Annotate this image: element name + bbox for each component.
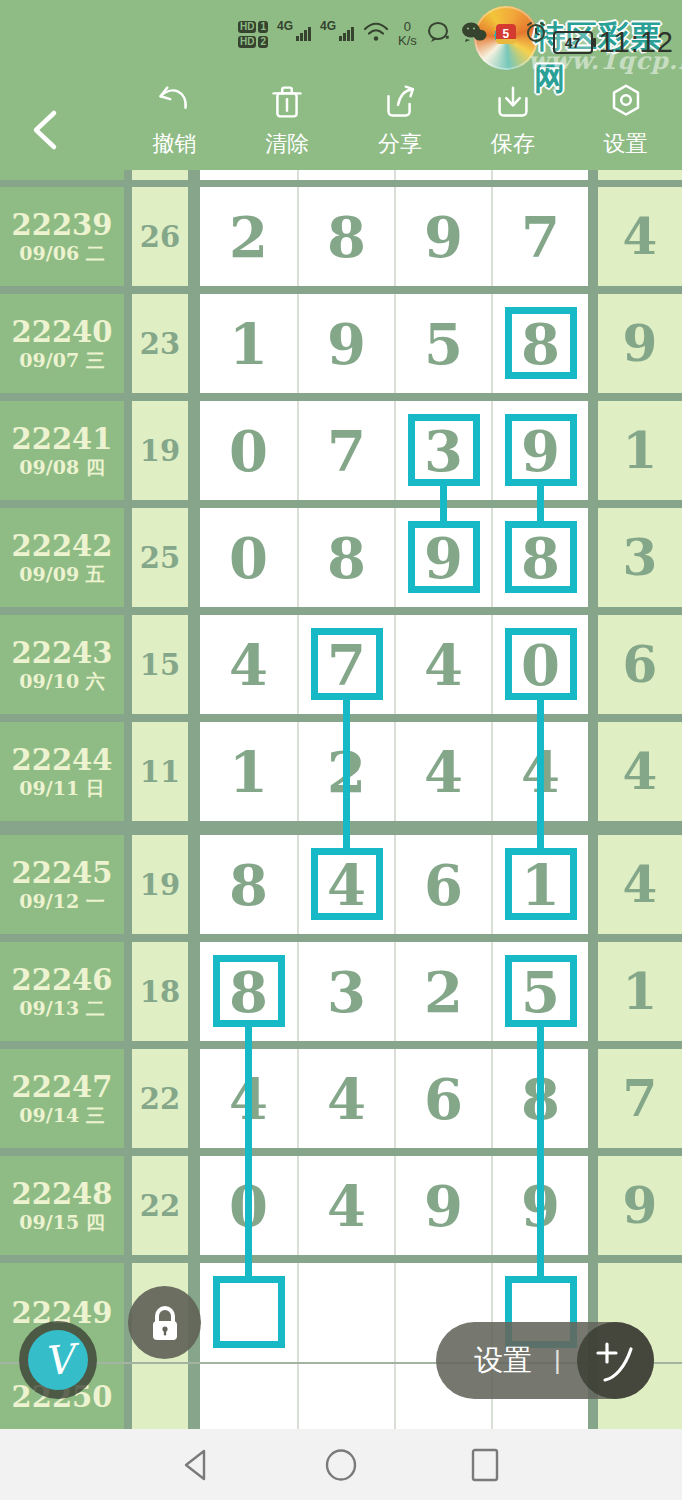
digit-cell[interactable]: 7 bbox=[491, 187, 588, 286]
settings-label: 设置 bbox=[604, 129, 648, 159]
settings-hexagon-icon bbox=[603, 79, 649, 125]
sum-cell: 25 bbox=[132, 508, 188, 607]
table-row: 2224509/12 一1984614 bbox=[0, 835, 682, 942]
digit-cell[interactable]: 9 bbox=[297, 294, 394, 393]
hd2-icon: HD bbox=[238, 36, 256, 48]
mark-square[interactable] bbox=[213, 1276, 285, 1348]
mark-line bbox=[537, 484, 544, 523]
period-cell: 2224409/11 日 bbox=[0, 722, 124, 821]
period-number: 22246 bbox=[12, 964, 113, 996]
sum-cell: 23 bbox=[132, 294, 188, 393]
mark-square[interactable] bbox=[505, 628, 577, 700]
mark-square[interactable] bbox=[505, 521, 577, 593]
digit-cell[interactable]: 3 bbox=[297, 942, 394, 1041]
digit-cell[interactable]: 4 bbox=[297, 1156, 394, 1255]
digit-cell[interactable]: 4 bbox=[200, 615, 297, 714]
digit-cell[interactable]: 2 bbox=[394, 942, 491, 1041]
sum-cell: 26 bbox=[132, 187, 188, 286]
tail-cell[interactable]: 9 bbox=[598, 1156, 682, 1255]
digit-cell[interactable]: 0 bbox=[200, 401, 297, 500]
period-cell: 2224109/08 四 bbox=[0, 401, 124, 500]
digit-cell[interactable]: 8 bbox=[491, 508, 588, 607]
column-separator bbox=[588, 615, 598, 714]
signal-icon-sim2: 4G bbox=[320, 27, 354, 41]
tail-cell[interactable]: 6 bbox=[598, 615, 682, 714]
add-line-button[interactable] bbox=[577, 1322, 654, 1399]
sum-cell: 15 bbox=[132, 615, 188, 714]
table-row: 2224709/14 三2244687 bbox=[0, 1049, 682, 1156]
sum-cell: 22 bbox=[132, 1049, 188, 1148]
period-cell: 2223909/06 二 bbox=[0, 187, 124, 286]
mark-line bbox=[343, 698, 350, 850]
digit-cell[interactable]: 9 bbox=[394, 1156, 491, 1255]
draw-tool-fab-inner: V bbox=[28, 1330, 88, 1390]
clock-time: 11:12 bbox=[599, 26, 674, 59]
table-row: 2224209/09 五2508983 bbox=[0, 508, 682, 615]
draw-date: 09/07 三 bbox=[19, 348, 104, 372]
mark-line bbox=[537, 1025, 544, 1278]
digit-cell[interactable]: 6 bbox=[394, 835, 491, 934]
sum-cell: 19 bbox=[132, 401, 188, 500]
digit-cell[interactable]: 4 bbox=[297, 835, 394, 934]
share-icon bbox=[377, 79, 423, 125]
column-separator bbox=[188, 401, 200, 500]
digit-cell[interactable] bbox=[297, 1263, 394, 1362]
column-separator bbox=[188, 1049, 200, 1148]
mark-square[interactable] bbox=[311, 848, 383, 920]
column-separator bbox=[188, 835, 200, 934]
digit-cell[interactable]: 1 bbox=[200, 294, 297, 393]
wechat-icon bbox=[461, 21, 487, 47]
tail-cell[interactable]: 1 bbox=[598, 401, 682, 500]
lock-button[interactable] bbox=[128, 1286, 201, 1359]
wifi-icon bbox=[363, 21, 389, 47]
digit-cell[interactable]: 8 bbox=[297, 187, 394, 286]
digit-cell[interactable] bbox=[200, 170, 297, 180]
column-separator bbox=[188, 722, 200, 821]
undo-label: 撤销 bbox=[152, 129, 196, 159]
digit-cell[interactable]: 0 bbox=[491, 615, 588, 714]
digit-cell[interactable]: 2 bbox=[200, 187, 297, 286]
table-row bbox=[0, 170, 682, 187]
undo-button[interactable]: 撤销 bbox=[118, 79, 231, 159]
digit-cell[interactable]: 1 bbox=[200, 722, 297, 821]
period-cell bbox=[0, 170, 124, 180]
status-bar: HD1 HD2 4G 4G 0K/s 5 4 bbox=[0, 0, 682, 75]
period-cell: 2224009/07 三 bbox=[0, 294, 124, 393]
column-separator bbox=[124, 722, 132, 821]
nav-home-icon[interactable] bbox=[322, 1446, 360, 1484]
tail-cell[interactable] bbox=[598, 170, 682, 180]
mark-line bbox=[440, 484, 447, 523]
column-separator bbox=[124, 835, 132, 934]
digit-cell[interactable]: 1 bbox=[491, 835, 588, 934]
period-number: 22243 bbox=[12, 637, 113, 669]
mark-line bbox=[245, 1025, 252, 1278]
messages-icon bbox=[426, 20, 452, 48]
mark-square[interactable] bbox=[505, 955, 577, 1027]
digit-cell[interactable]: 4 bbox=[394, 615, 491, 714]
save-label: 保存 bbox=[491, 129, 535, 159]
mark-square[interactable] bbox=[213, 955, 285, 1027]
clear-label: 清除 bbox=[265, 129, 309, 159]
draw-date: 09/11 日 bbox=[19, 776, 104, 800]
digit-cell[interactable]: 5 bbox=[491, 942, 588, 1041]
period-cell: 2224609/13 二 bbox=[0, 942, 124, 1041]
digit-cell[interactable]: 9 bbox=[491, 401, 588, 500]
period-number: 22248 bbox=[12, 1178, 113, 1210]
column-separator bbox=[588, 835, 598, 934]
back-chevron-icon bbox=[26, 105, 66, 155]
mark-square[interactable] bbox=[505, 414, 577, 486]
mark-square[interactable] bbox=[505, 307, 577, 379]
trend-chart-grid: 2223909/06 二26289742224009/07 三231958922… bbox=[0, 170, 682, 1429]
digit-cell[interactable]: 9 bbox=[394, 508, 491, 607]
draw-date: 09/14 三 bbox=[19, 1103, 104, 1127]
pill-divider: | bbox=[554, 1345, 561, 1376]
draw-date: 09/15 四 bbox=[19, 1210, 104, 1234]
period-number: 22241 bbox=[12, 423, 113, 455]
period-cell: 2224509/12 一 bbox=[0, 835, 124, 934]
mark-line bbox=[537, 698, 544, 850]
column-separator bbox=[588, 401, 598, 500]
digit-cell[interactable]: 3 bbox=[394, 401, 491, 500]
period-number: 22242 bbox=[12, 530, 113, 562]
back-button[interactable] bbox=[26, 105, 66, 155]
table-row: 2224109/08 四1907391 bbox=[0, 401, 682, 508]
draw-date: 09/10 六 bbox=[19, 669, 104, 693]
bottom-action-pill: 设置 | bbox=[436, 1322, 654, 1399]
settings-button[interactable]: 设置 bbox=[569, 79, 682, 159]
period-number: 22244 bbox=[12, 744, 113, 776]
digit-cell[interactable]: 8 bbox=[200, 835, 297, 934]
period-number: 22247 bbox=[12, 1071, 113, 1103]
draw-tool-fab[interactable]: V bbox=[19, 1321, 97, 1399]
tail-cell[interactable]: 1 bbox=[598, 942, 682, 1041]
table-row: 2223909/06 二2628974 bbox=[0, 187, 682, 294]
net-speed: 0K/s bbox=[398, 20, 417, 48]
alarm-icon bbox=[525, 21, 547, 47]
column-separator bbox=[124, 401, 132, 500]
draw-date: 09/08 四 bbox=[19, 455, 104, 479]
save-icon bbox=[490, 79, 536, 125]
digit-cell[interactable] bbox=[200, 1263, 297, 1362]
clear-button[interactable]: 清除 bbox=[231, 79, 344, 159]
mark-square[interactable] bbox=[408, 414, 480, 486]
digit-cell[interactable]: 4 bbox=[394, 722, 491, 821]
digit-cell[interactable] bbox=[297, 170, 394, 180]
period-cell: 2224709/14 三 bbox=[0, 1049, 124, 1148]
tail-cell[interactable]: 7 bbox=[598, 1049, 682, 1148]
column-separator bbox=[588, 942, 598, 1041]
draw-date: 09/13 二 bbox=[19, 996, 104, 1020]
pill-settings-button[interactable]: 设置 bbox=[474, 1341, 532, 1381]
digit-cell[interactable] bbox=[394, 170, 491, 180]
draw-date: 09/06 二 bbox=[19, 241, 104, 265]
nav-recents-icon[interactable] bbox=[466, 1446, 504, 1484]
undo-icon bbox=[151, 79, 197, 125]
column-separator bbox=[588, 294, 598, 393]
table-row: 2224609/13 二1883251 bbox=[0, 942, 682, 1049]
table-row: 2224009/07 三2319589 bbox=[0, 294, 682, 401]
share-label: 分享 bbox=[378, 129, 422, 159]
period-cell: 2224809/15 四 bbox=[0, 1156, 124, 1255]
mark-square[interactable] bbox=[408, 521, 480, 593]
sum-cell bbox=[132, 170, 188, 180]
sum-cell: 11 bbox=[132, 722, 188, 821]
v-glyph: V bbox=[42, 1339, 75, 1382]
hd-voice-icons: HD1 HD2 bbox=[238, 21, 268, 48]
digit-cell[interactable]: 7 bbox=[297, 615, 394, 714]
trash-icon bbox=[264, 79, 310, 125]
mark-square[interactable] bbox=[505, 848, 577, 920]
nav-back-icon[interactable] bbox=[177, 1446, 215, 1484]
android-nav-bar bbox=[0, 1429, 682, 1500]
sum-cell: 22 bbox=[132, 1156, 188, 1255]
table-row: 2224309/10 六1547406 bbox=[0, 615, 682, 722]
column-separator bbox=[124, 1156, 132, 1255]
column-separator bbox=[588, 187, 598, 286]
column-separator bbox=[188, 294, 200, 393]
column-separator bbox=[588, 508, 598, 607]
signal-icon-sim1: 4G bbox=[277, 27, 311, 41]
lock-icon bbox=[147, 1303, 183, 1343]
battery-indicator: 47 bbox=[553, 31, 593, 54]
digit-cell[interactable]: 6 bbox=[394, 1049, 491, 1148]
lottery-chart-app: { "game": "lottery-digit-trend-chart", "… bbox=[0, 0, 682, 1500]
period-number: 22245 bbox=[12, 857, 113, 889]
column-separator bbox=[588, 170, 598, 180]
period-number: 22240 bbox=[12, 316, 113, 348]
column-separator bbox=[124, 942, 132, 1041]
column-separator bbox=[188, 187, 200, 286]
column-separator bbox=[124, 1049, 132, 1148]
share-button[interactable]: 分享 bbox=[344, 79, 457, 159]
column-separator bbox=[124, 615, 132, 714]
table-row: 2224809/15 四2204999 bbox=[0, 1156, 682, 1263]
tail-cell[interactable]: 3 bbox=[598, 508, 682, 607]
column-separator bbox=[188, 1364, 200, 1429]
lottery-app-badge: 5 bbox=[496, 24, 516, 44]
column-separator bbox=[124, 170, 132, 180]
status-left-cluster: HD1 HD2 4G 4G 0K/s 5 bbox=[238, 20, 547, 48]
toolbar-items: 撤销 清除 分享 保存 设置 bbox=[118, 79, 682, 159]
digit-cell[interactable]: 0 bbox=[200, 508, 297, 607]
column-separator bbox=[188, 1156, 200, 1255]
column-separator bbox=[188, 170, 200, 180]
digit-cell[interactable] bbox=[491, 170, 588, 180]
digit-cell[interactable]: 9 bbox=[394, 187, 491, 286]
digit-cell[interactable] bbox=[200, 1364, 297, 1429]
tail-cell[interactable]: 4 bbox=[598, 835, 682, 934]
digit-cell[interactable]: 8 bbox=[200, 942, 297, 1041]
tail-cell[interactable]: 4 bbox=[598, 187, 682, 286]
draw-date: 09/09 五 bbox=[19, 562, 104, 586]
column-separator bbox=[588, 722, 598, 821]
digit-cell[interactable] bbox=[297, 1364, 394, 1429]
digit-cell[interactable]: 7 bbox=[297, 401, 394, 500]
period-cell: 2224209/09 五 bbox=[0, 508, 124, 607]
digit-cell[interactable]: 4 bbox=[297, 1049, 394, 1148]
column-separator bbox=[588, 1049, 598, 1148]
column-separator bbox=[124, 187, 132, 286]
column-separator bbox=[188, 942, 200, 1041]
digit-cell[interactable]: 8 bbox=[297, 508, 394, 607]
period-cell: 2224309/10 六 bbox=[0, 615, 124, 714]
digit-cell[interactable]: 8 bbox=[491, 294, 588, 393]
table-row: 2224409/11 日1112444 bbox=[0, 722, 682, 835]
column-separator bbox=[124, 1364, 132, 1429]
save-button[interactable]: 保存 bbox=[456, 79, 569, 159]
period-number: 22239 bbox=[12, 209, 113, 241]
column-separator bbox=[188, 615, 200, 714]
digit-cell[interactable]: 5 bbox=[394, 294, 491, 393]
plus-curve-icon bbox=[595, 1339, 637, 1383]
sum-cell: 19 bbox=[132, 835, 188, 934]
tail-cell[interactable]: 9 bbox=[598, 294, 682, 393]
mark-square[interactable] bbox=[311, 628, 383, 700]
sum-cell: 18 bbox=[132, 942, 188, 1041]
column-separator bbox=[588, 1156, 598, 1255]
draw-date: 09/12 一 bbox=[19, 889, 104, 913]
hd1-icon: HD bbox=[238, 21, 256, 33]
column-separator bbox=[124, 508, 132, 607]
toolbar: 撤销 清除 分享 保存 设置 bbox=[0, 75, 682, 170]
tail-cell[interactable]: 4 bbox=[598, 722, 682, 821]
column-separator bbox=[124, 294, 132, 393]
column-separator bbox=[188, 508, 200, 607]
sum-cell bbox=[132, 1364, 188, 1429]
